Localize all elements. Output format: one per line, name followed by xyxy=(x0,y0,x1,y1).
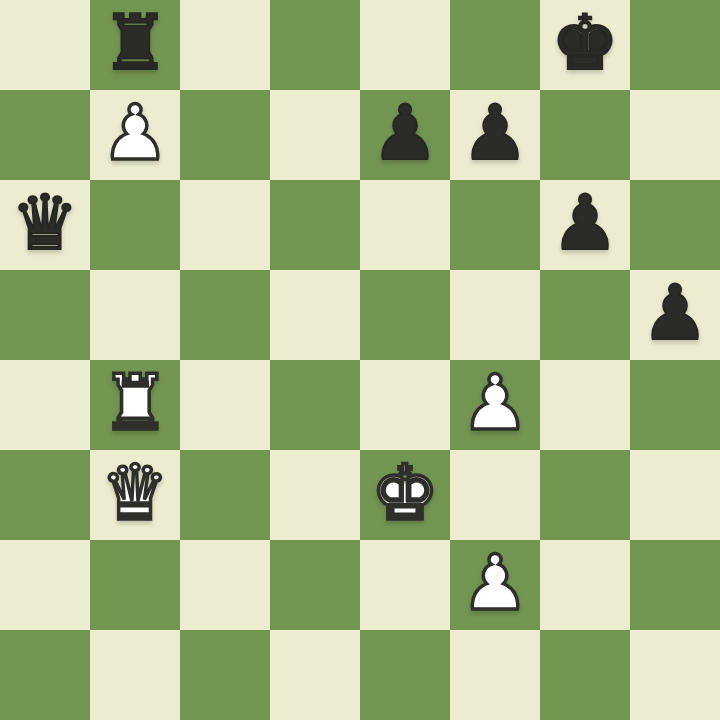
square-f2[interactable]: ♟ xyxy=(450,540,540,630)
square-d8[interactable] xyxy=(270,0,360,90)
square-b3[interactable]: ♛ xyxy=(90,450,180,540)
square-c2[interactable] xyxy=(180,540,270,630)
square-b8[interactable]: ♜ xyxy=(90,0,180,90)
square-f7[interactable]: ♟ xyxy=(450,90,540,180)
square-h2[interactable] xyxy=(630,540,720,630)
square-e4[interactable] xyxy=(360,360,450,450)
square-c8[interactable] xyxy=(180,0,270,90)
square-a4[interactable] xyxy=(0,360,90,450)
white-pawn[interactable]: ♟ xyxy=(101,88,169,178)
square-f6[interactable] xyxy=(450,180,540,270)
square-g3[interactable] xyxy=(540,450,630,540)
white-pawn[interactable]: ♟ xyxy=(461,358,529,448)
square-b1[interactable] xyxy=(90,630,180,720)
white-pawn[interactable]: ♟ xyxy=(461,538,529,628)
square-e2[interactable] xyxy=(360,540,450,630)
square-g2[interactable] xyxy=(540,540,630,630)
square-f1[interactable] xyxy=(450,630,540,720)
square-c5[interactable] xyxy=(180,270,270,360)
square-h6[interactable] xyxy=(630,180,720,270)
white-rook[interactable]: ♜ xyxy=(101,358,169,448)
square-d1[interactable] xyxy=(270,630,360,720)
square-f8[interactable] xyxy=(450,0,540,90)
square-h8[interactable] xyxy=(630,0,720,90)
square-c4[interactable] xyxy=(180,360,270,450)
square-g1[interactable] xyxy=(540,630,630,720)
square-b2[interactable] xyxy=(90,540,180,630)
square-c7[interactable] xyxy=(180,90,270,180)
square-g6[interactable]: ♟ xyxy=(540,180,630,270)
square-f3[interactable] xyxy=(450,450,540,540)
square-a7[interactable] xyxy=(0,90,90,180)
square-e7[interactable]: ♟ xyxy=(360,90,450,180)
square-e3[interactable]: ♚ xyxy=(360,450,450,540)
square-a8[interactable] xyxy=(0,0,90,90)
square-e1[interactable] xyxy=(360,630,450,720)
black-pawn[interactable]: ♟ xyxy=(551,178,619,268)
square-b4[interactable]: ♜ xyxy=(90,360,180,450)
square-d7[interactable] xyxy=(270,90,360,180)
square-c1[interactable] xyxy=(180,630,270,720)
square-a3[interactable] xyxy=(0,450,90,540)
square-e5[interactable] xyxy=(360,270,450,360)
square-b7[interactable]: ♟ xyxy=(90,90,180,180)
white-king[interactable]: ♚ xyxy=(371,448,439,538)
white-queen[interactable]: ♛ xyxy=(101,448,169,538)
square-g5[interactable] xyxy=(540,270,630,360)
square-h1[interactable] xyxy=(630,630,720,720)
square-e6[interactable] xyxy=(360,180,450,270)
square-b6[interactable] xyxy=(90,180,180,270)
square-g4[interactable] xyxy=(540,360,630,450)
square-a2[interactable] xyxy=(0,540,90,630)
black-king[interactable]: ♚ xyxy=(551,0,619,88)
square-a6[interactable]: ♛ xyxy=(0,180,90,270)
square-f5[interactable] xyxy=(450,270,540,360)
black-rook[interactable]: ♜ xyxy=(101,0,169,88)
square-g8[interactable]: ♚ xyxy=(540,0,630,90)
black-pawn[interactable]: ♟ xyxy=(461,88,529,178)
square-d2[interactable] xyxy=(270,540,360,630)
black-queen[interactable]: ♛ xyxy=(11,178,79,268)
square-g7[interactable] xyxy=(540,90,630,180)
square-d5[interactable] xyxy=(270,270,360,360)
square-c6[interactable] xyxy=(180,180,270,270)
square-h5[interactable]: ♟ xyxy=(630,270,720,360)
square-h4[interactable] xyxy=(630,360,720,450)
square-h3[interactable] xyxy=(630,450,720,540)
square-d3[interactable] xyxy=(270,450,360,540)
square-f4[interactable]: ♟ xyxy=(450,360,540,450)
square-a1[interactable] xyxy=(0,630,90,720)
square-c3[interactable] xyxy=(180,450,270,540)
black-pawn[interactable]: ♟ xyxy=(641,268,709,358)
square-b5[interactable] xyxy=(90,270,180,360)
square-e8[interactable] xyxy=(360,0,450,90)
chess-board: ♜♚♟♟♟♛♟♟♜♟♛♚♟ xyxy=(0,0,720,720)
square-h7[interactable] xyxy=(630,90,720,180)
black-pawn[interactable]: ♟ xyxy=(371,88,439,178)
square-d6[interactable] xyxy=(270,180,360,270)
square-d4[interactable] xyxy=(270,360,360,450)
square-a5[interactable] xyxy=(0,270,90,360)
